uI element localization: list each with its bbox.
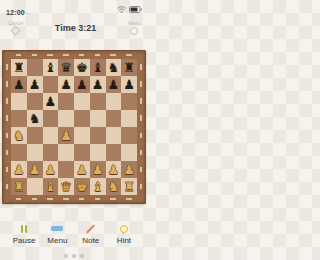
app-screen: { "game": "chess", "position": { "fen": …: [0, 0, 148, 260]
square-b1[interactable]: [27, 178, 43, 195]
square-e6[interactable]: [74, 93, 90, 110]
piece-bp: ♟: [121, 76, 137, 93]
square-a4[interactable]: ♞: [11, 127, 27, 144]
hint-button[interactable]: Hint: [112, 224, 136, 245]
piece-br: ♜: [11, 59, 27, 76]
page-indicator: [0, 254, 148, 258]
note-label: Note: [82, 236, 99, 245]
square-c6[interactable]: ♟: [43, 93, 59, 110]
piece-bb: ♝: [43, 59, 59, 76]
square-a7[interactable]: ♟: [11, 76, 27, 93]
square-e1[interactable]: ♚: [74, 178, 90, 195]
square-e8[interactable]: ♚: [74, 59, 90, 76]
menu-button-top[interactable]: Menu: [127, 20, 140, 35]
square-d6[interactable]: [58, 93, 74, 110]
piece-br: ♜: [121, 59, 137, 76]
square-c3[interactable]: [43, 144, 59, 161]
piece-wn: ♞: [11, 127, 27, 144]
status-icons: [117, 6, 142, 13]
menu-label-top: Menu: [127, 20, 140, 26]
circle-icon: [130, 27, 138, 35]
square-g8[interactable]: ♞: [106, 59, 122, 76]
piece-bq: ♛: [58, 59, 74, 76]
square-d1[interactable]: ♛: [58, 178, 74, 195]
board-ticks-bottom: [11, 198, 137, 200]
board-ticks-left: [6, 59, 8, 195]
clock: 12:00–: [6, 1, 29, 19]
piece-wp: ♟: [106, 161, 122, 178]
square-h4[interactable]: [121, 127, 137, 144]
square-b5[interactable]: ♞: [27, 110, 43, 127]
square-f4[interactable]: [90, 127, 106, 144]
board-ticks-right: [140, 59, 142, 195]
piece-wb: ♝: [90, 178, 106, 195]
square-g6[interactable]: [106, 93, 122, 110]
square-f8[interactable]: ♝: [90, 59, 106, 76]
piece-bn: ♞: [106, 59, 122, 76]
pause-bars-icon: [21, 224, 28, 233]
piece-wr: ♜: [11, 178, 27, 195]
diamond-icon: [11, 26, 21, 36]
piece-bk: ♚: [74, 59, 90, 76]
piece-wb: ♝: [43, 178, 59, 195]
square-h7[interactable]: ♟: [121, 76, 137, 93]
square-g1[interactable]: ♞: [106, 178, 122, 195]
board-ticks-top: [11, 54, 137, 56]
status-time: 12:00: [6, 9, 25, 16]
lightbulb-icon: [120, 224, 128, 233]
square-a1[interactable]: ♜: [11, 178, 27, 195]
square-c7[interactable]: [43, 76, 59, 93]
pause-label: Pause: [13, 236, 36, 245]
piece-bp: ♟: [74, 76, 90, 93]
piece-bn: ♞: [27, 110, 43, 127]
hint-label: Hint: [117, 236, 131, 245]
piece-bp: ♟: [27, 76, 43, 93]
page-dot-2[interactable]: [72, 254, 76, 258]
square-f6[interactable]: [90, 93, 106, 110]
square-c8[interactable]: ♝: [43, 59, 59, 76]
square-f5[interactable]: [90, 110, 106, 127]
piece-bp: ♟: [90, 76, 106, 93]
square-e7[interactable]: ♟: [74, 76, 90, 93]
square-d7[interactable]: ♟: [58, 76, 74, 93]
piece-wp: ♟: [74, 161, 90, 178]
square-d3[interactable]: [58, 144, 74, 161]
menu-button[interactable]: Menu: [45, 224, 69, 245]
square-h8[interactable]: ♜: [121, 59, 137, 76]
square-b8[interactable]: [27, 59, 43, 76]
square-e5[interactable]: [74, 110, 90, 127]
square-d2[interactable]: [58, 161, 74, 178]
pause-button[interactable]: Pause: [12, 224, 36, 245]
piece-wp: ♟: [90, 161, 106, 178]
square-c4[interactable]: [43, 127, 59, 144]
menu-label: Menu: [47, 236, 67, 245]
game-timer-title: Time 3:21: [55, 23, 96, 33]
square-c1[interactable]: ♝: [43, 178, 59, 195]
square-h1[interactable]: ♜: [121, 178, 137, 195]
square-g2[interactable]: ♟: [106, 161, 122, 178]
square-e2[interactable]: ♟: [74, 161, 90, 178]
header: Cancel Time 3:21 Menu: [0, 17, 148, 47]
square-h5[interactable]: [121, 110, 137, 127]
pencil-icon: [85, 224, 96, 233]
square-g7[interactable]: ♟: [106, 76, 122, 93]
square-f3[interactable]: [90, 144, 106, 161]
square-g5[interactable]: [106, 110, 122, 127]
square-a3[interactable]: [11, 144, 27, 161]
square-h2[interactable]: ♟: [121, 161, 137, 178]
square-g3[interactable]: [106, 144, 122, 161]
status-bar: 12:00–: [0, 0, 148, 17]
square-d5[interactable]: [58, 110, 74, 127]
board-grid: ♜♝♛♚♝♞♜♟♟♟♟♟♟♟♟♞♞♟♟♟♟♟♟♟♟♜♝♛♚♝♞♜: [11, 59, 137, 195]
square-f2[interactable]: ♟: [90, 161, 106, 178]
square-f7[interactable]: ♟: [90, 76, 106, 93]
status-time-suffix: –: [26, 10, 29, 16]
piece-bp: ♟: [58, 76, 74, 93]
piece-wk: ♚: [74, 178, 90, 195]
page-dot-3[interactable]: [80, 254, 84, 258]
square-g4[interactable]: [106, 127, 122, 144]
battery-icon: [129, 6, 142, 13]
square-a6[interactable]: [11, 93, 27, 110]
square-d4[interactable]: ♟: [58, 127, 74, 144]
note-button[interactable]: Note: [79, 224, 103, 245]
square-a5[interactable]: [11, 110, 27, 127]
piece-wp: ♟: [11, 161, 27, 178]
piece-wq: ♛: [58, 178, 74, 195]
piece-wp: ♟: [58, 127, 74, 144]
square-b3[interactable]: [27, 144, 43, 161]
square-b4[interactable]: [27, 127, 43, 144]
square-c2[interactable]: ♟: [43, 161, 59, 178]
square-d8[interactable]: ♛: [58, 59, 74, 76]
cancel-button[interactable]: Cancel: [8, 20, 24, 34]
square-b2[interactable]: ♟: [27, 161, 43, 178]
piece-wp: ♟: [43, 161, 59, 178]
piece-wp: ♟: [27, 161, 43, 178]
piece-bp: ♟: [11, 76, 27, 93]
square-b6[interactable]: [27, 93, 43, 110]
page-dot-1[interactable]: [64, 254, 68, 258]
square-b7[interactable]: ♟: [27, 76, 43, 93]
square-h6[interactable]: [121, 93, 137, 110]
bottom-toolbar: Pause Menu Note Hint: [0, 224, 148, 245]
square-a2[interactable]: ♟: [11, 161, 27, 178]
piece-wp: ♟: [121, 161, 137, 178]
piece-bb: ♝: [90, 59, 106, 76]
piece-wn: ♞: [106, 178, 122, 195]
square-h3[interactable]: [121, 144, 137, 161]
wifi-icon: [117, 6, 126, 13]
piece-wr: ♜: [121, 178, 137, 195]
square-f1[interactable]: ♝: [90, 178, 106, 195]
square-c5[interactable]: [43, 110, 59, 127]
chess-board: ♜♝♛♚♝♞♜♟♟♟♟♟♟♟♟♞♞♟♟♟♟♟♟♟♟♜♝♛♚♝♞♜: [2, 50, 146, 204]
menu-rect-icon: [51, 224, 63, 233]
square-a8[interactable]: ♜: [11, 59, 27, 76]
square-e3[interactable]: [74, 144, 90, 161]
piece-bp: ♟: [43, 93, 59, 110]
piece-bp: ♟: [106, 76, 122, 93]
square-e4[interactable]: [74, 127, 90, 144]
